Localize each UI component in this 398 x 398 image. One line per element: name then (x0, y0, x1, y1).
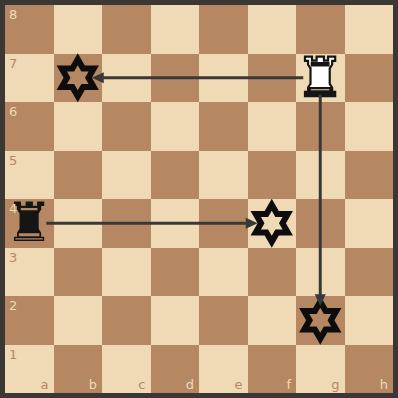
square-d4[interactable] (151, 199, 200, 248)
square-b5[interactable] (54, 151, 103, 200)
rank-label-4: 4 (9, 202, 17, 215)
square-c6[interactable] (102, 102, 151, 151)
square-e3[interactable] (199, 248, 248, 297)
square-b4[interactable] (54, 199, 103, 248)
square-f8[interactable] (248, 5, 297, 54)
square-e7[interactable] (199, 54, 248, 103)
square-h1[interactable]: h (345, 345, 394, 394)
square-b6[interactable] (54, 102, 103, 151)
square-f1[interactable]: f (248, 345, 297, 394)
square-f2[interactable] (248, 296, 297, 345)
square-d3[interactable] (151, 248, 200, 297)
square-d5[interactable] (151, 151, 200, 200)
square-h5[interactable] (345, 151, 394, 200)
square-g6[interactable] (296, 102, 345, 151)
rank-label-7: 7 (9, 57, 17, 70)
square-c7[interactable] (102, 54, 151, 103)
file-label-b: b (89, 378, 97, 391)
file-label-g: g (331, 378, 339, 391)
square-a2[interactable]: 2 (5, 296, 54, 345)
square-c5[interactable] (102, 151, 151, 200)
square-g5[interactable] (296, 151, 345, 200)
square-f7[interactable] (248, 54, 297, 103)
square-d8[interactable] (151, 5, 200, 54)
square-g2[interactable] (296, 296, 345, 345)
square-c2[interactable] (102, 296, 151, 345)
square-a8[interactable]: 8 (5, 5, 54, 54)
file-label-f: f (286, 378, 291, 391)
square-f4[interactable] (248, 199, 297, 248)
square-d7[interactable] (151, 54, 200, 103)
square-a7[interactable]: 7 (5, 54, 54, 103)
square-e8[interactable] (199, 5, 248, 54)
square-e4[interactable] (199, 199, 248, 248)
square-e5[interactable] (199, 151, 248, 200)
square-g3[interactable] (296, 248, 345, 297)
square-c3[interactable] (102, 248, 151, 297)
square-a4[interactable]: 4♜ (5, 199, 54, 248)
square-d2[interactable] (151, 296, 200, 345)
square-d6[interactable] (151, 102, 200, 151)
square-h8[interactable] (345, 5, 394, 54)
rank-label-2: 2 (9, 299, 17, 312)
square-h2[interactable] (345, 296, 394, 345)
chess-board-frame: 87♜654♜321abcdefgh (0, 0, 398, 398)
square-e1[interactable]: e (199, 345, 248, 394)
rank-label-6: 6 (9, 105, 17, 118)
rank-label-5: 5 (9, 154, 17, 167)
square-c4[interactable] (102, 199, 151, 248)
square-e6[interactable] (199, 102, 248, 151)
file-label-d: d (186, 378, 194, 391)
square-f3[interactable] (248, 248, 297, 297)
square-a6[interactable]: 6 (5, 102, 54, 151)
square-d1[interactable]: d (151, 345, 200, 394)
square-h7[interactable] (345, 54, 394, 103)
rank-label-1: 1 (9, 348, 17, 361)
file-label-h: h (380, 378, 388, 391)
square-a1[interactable]: 1a (5, 345, 54, 394)
square-g1[interactable]: g (296, 345, 345, 394)
rank-label-8: 8 (9, 8, 17, 21)
square-f6[interactable] (248, 102, 297, 151)
file-label-a: a (41, 378, 49, 391)
square-b8[interactable] (54, 5, 103, 54)
square-g7[interactable]: ♜ (296, 54, 345, 103)
square-h6[interactable] (345, 102, 394, 151)
square-a3[interactable]: 3 (5, 248, 54, 297)
square-e2[interactable] (199, 296, 248, 345)
rank-label-3: 3 (9, 251, 17, 264)
square-b2[interactable] (54, 296, 103, 345)
square-c8[interactable] (102, 5, 151, 54)
square-h4[interactable] (345, 199, 394, 248)
file-label-c: c (138, 378, 145, 391)
chess-board: 87♜654♜321abcdefgh (5, 5, 393, 393)
square-b7[interactable] (54, 54, 103, 103)
square-h3[interactable] (345, 248, 394, 297)
square-c1[interactable]: c (102, 345, 151, 394)
piece-white-rook[interactable]: ♜ (296, 51, 344, 105)
square-b3[interactable] (54, 248, 103, 297)
square-g4[interactable] (296, 199, 345, 248)
square-b1[interactable]: b (54, 345, 103, 394)
square-f5[interactable] (248, 151, 297, 200)
file-label-e: e (235, 378, 243, 391)
